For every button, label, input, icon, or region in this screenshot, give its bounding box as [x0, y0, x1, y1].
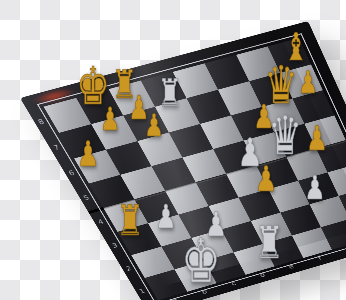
gold-pawn-b7[interactable]: ♟	[100, 103, 121, 135]
silver-king-c1[interactable]: ♚	[181, 230, 220, 291]
gold-pawn-a6[interactable]: ♟	[77, 137, 100, 172]
gold-pawn-h7[interactable]: ♟	[298, 67, 318, 98]
pieces-layer: ♝♟♜♛♚♜♟♟♟♟♟♛♟♟♟♟♟♜♟♜♚	[0, 0, 346, 300]
gold-pawn-f3[interactable]: ♟	[255, 162, 278, 197]
silver-rook-e1[interactable]: ♜	[254, 220, 283, 265]
gold-pawn-c6[interactable]: ♟	[144, 110, 164, 141]
gold-pawn-h4[interactable]: ♟	[306, 121, 328, 155]
gold-rook-a3[interactable]: ♜	[116, 200, 143, 242]
silver-pawn-g2[interactable]: ♟	[304, 171, 325, 204]
silver-pawn-b3[interactable]: ♟	[155, 200, 176, 233]
photo-stage: abcdefgh87654321 ♝♟♜♛♚♜♟♟♟♟♟♛♟♟♟♟♟♜♟♜♚	[0, 0, 346, 300]
silver-queen-g4[interactable]: ♛	[268, 109, 302, 162]
